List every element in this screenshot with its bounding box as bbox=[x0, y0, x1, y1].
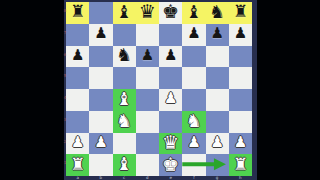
square-d2[interactable] bbox=[136, 133, 159, 155]
square-e4[interactable]: ♟ bbox=[159, 89, 182, 111]
file-label-d: d bbox=[142, 176, 152, 180]
black-rook[interactable]: ♜ bbox=[233, 3, 248, 20]
square-g7[interactable]: ♟ bbox=[206, 24, 229, 46]
square-h4[interactable] bbox=[229, 89, 252, 111]
white-knight[interactable]: ♞ bbox=[116, 112, 132, 130]
square-g2[interactable]: ♟ bbox=[206, 133, 229, 155]
square-c5[interactable] bbox=[113, 67, 136, 89]
square-b7[interactable]: ♟ bbox=[89, 24, 112, 46]
square-f4[interactable] bbox=[182, 89, 205, 111]
square-c4[interactable]: ♝ bbox=[113, 89, 136, 111]
black-rook[interactable]: ♜ bbox=[70, 3, 85, 20]
rank-label-7: 7 bbox=[61, 31, 69, 35]
square-d5[interactable] bbox=[136, 67, 159, 89]
black-bishop[interactable]: ♝ bbox=[116, 3, 132, 21]
white-pawn[interactable]: ♟ bbox=[94, 135, 107, 150]
rank-label-6: 6 bbox=[61, 53, 69, 57]
square-e1[interactable]: ♚ bbox=[159, 154, 182, 176]
file-label-f: f bbox=[189, 176, 199, 180]
square-a2[interactable]: ♟ bbox=[66, 133, 89, 155]
white-knight[interactable]: ♞ bbox=[186, 112, 202, 130]
rank-label-1: 1 bbox=[61, 161, 69, 165]
square-d7[interactable] bbox=[136, 24, 159, 46]
white-pawn[interactable]: ♟ bbox=[187, 135, 200, 150]
square-h5[interactable] bbox=[229, 67, 252, 89]
black-pawn[interactable]: ♟ bbox=[164, 48, 177, 63]
square-b1[interactable] bbox=[89, 154, 112, 176]
black-knight[interactable]: ♞ bbox=[209, 3, 225, 21]
square-h8[interactable]: ♜ bbox=[229, 2, 252, 24]
square-a8[interactable]: ♜ bbox=[66, 2, 89, 24]
file-label-b: b bbox=[96, 176, 106, 180]
square-b3[interactable] bbox=[89, 111, 112, 133]
square-d4[interactable] bbox=[136, 89, 159, 111]
square-a4[interactable] bbox=[66, 89, 89, 111]
square-e5[interactable] bbox=[159, 67, 182, 89]
white-pawn[interactable]: ♟ bbox=[210, 135, 223, 150]
rank-label-3: 3 bbox=[61, 118, 69, 122]
file-label-c: c bbox=[119, 176, 129, 180]
black-bishop[interactable]: ♝ bbox=[186, 3, 202, 21]
white-pawn[interactable]: ♟ bbox=[164, 91, 177, 106]
square-b5[interactable] bbox=[89, 67, 112, 89]
square-c1[interactable]: ♝ bbox=[113, 154, 136, 176]
square-h6[interactable] bbox=[229, 46, 252, 68]
black-pawn[interactable]: ♟ bbox=[141, 48, 154, 63]
square-b4[interactable] bbox=[89, 89, 112, 111]
square-f5[interactable] bbox=[182, 67, 205, 89]
square-h2[interactable]: ♟ bbox=[229, 133, 252, 155]
black-pawn[interactable]: ♟ bbox=[94, 26, 107, 41]
black-pawn[interactable]: ♟ bbox=[187, 26, 200, 41]
video-frame: ♜♝♛♚♝♞♜♟♟♟♟♟♞♟♟♝♟♞♞♟♟♛♟♟♟♜♝♚♜ 87654321ab… bbox=[0, 0, 320, 180]
square-f1[interactable] bbox=[182, 154, 205, 176]
square-e6[interactable]: ♟ bbox=[159, 46, 182, 68]
square-g5[interactable] bbox=[206, 67, 229, 89]
square-g8[interactable]: ♞ bbox=[206, 2, 229, 24]
black-pawn[interactable]: ♟ bbox=[234, 26, 247, 41]
white-pawn[interactable]: ♟ bbox=[71, 135, 84, 150]
square-b8[interactable] bbox=[89, 2, 112, 24]
square-d6[interactable]: ♟ bbox=[136, 46, 159, 68]
white-king[interactable]: ♚ bbox=[162, 155, 179, 174]
rank-label-8: 8 bbox=[61, 9, 69, 13]
square-a7[interactable] bbox=[66, 24, 89, 46]
square-f8[interactable]: ♝ bbox=[182, 2, 205, 24]
square-f2[interactable]: ♟ bbox=[182, 133, 205, 155]
square-h3[interactable] bbox=[229, 111, 252, 133]
square-b2[interactable]: ♟ bbox=[89, 133, 112, 155]
black-king[interactable]: ♚ bbox=[162, 2, 179, 21]
square-e3[interactable] bbox=[159, 111, 182, 133]
square-c2[interactable] bbox=[113, 133, 136, 155]
white-pawn[interactable]: ♟ bbox=[234, 135, 247, 150]
square-h7[interactable]: ♟ bbox=[229, 24, 252, 46]
board-grid: ♜♝♛♚♝♞♜♟♟♟♟♟♞♟♟♝♟♞♞♟♟♛♟♟♟♜♝♚♜ bbox=[66, 2, 252, 176]
file-label-h: h bbox=[235, 176, 245, 180]
white-rook[interactable]: ♜ bbox=[233, 156, 248, 173]
square-b6[interactable] bbox=[89, 46, 112, 68]
square-g1[interactable] bbox=[206, 154, 229, 176]
square-c7[interactable] bbox=[113, 24, 136, 46]
square-a3[interactable] bbox=[66, 111, 89, 133]
black-pawn[interactable]: ♟ bbox=[210, 26, 223, 41]
square-c6[interactable]: ♞ bbox=[113, 46, 136, 68]
file-label-e: e bbox=[166, 176, 176, 180]
black-knight[interactable]: ♞ bbox=[116, 46, 132, 64]
square-e8[interactable]: ♚ bbox=[159, 2, 182, 24]
white-queen[interactable]: ♛ bbox=[162, 133, 179, 152]
white-bishop[interactable]: ♝ bbox=[116, 90, 132, 108]
square-c3[interactable]: ♞ bbox=[113, 111, 136, 133]
square-d8[interactable]: ♛ bbox=[136, 2, 159, 24]
file-label-a: a bbox=[73, 176, 83, 180]
square-f3[interactable]: ♞ bbox=[182, 111, 205, 133]
rank-label-2: 2 bbox=[61, 140, 69, 144]
square-f6[interactable] bbox=[182, 46, 205, 68]
chess-board: ♜♝♛♚♝♞♜♟♟♟♟♟♞♟♟♝♟♞♞♟♟♛♟♟♟♜♝♚♜ 87654321ab… bbox=[64, 0, 257, 180]
black-pawn[interactable]: ♟ bbox=[71, 48, 84, 63]
square-d1[interactable] bbox=[136, 154, 159, 176]
square-h1[interactable]: ♜ bbox=[229, 154, 252, 176]
square-a5[interactable] bbox=[66, 67, 89, 89]
square-g6[interactable] bbox=[206, 46, 229, 68]
square-f7[interactable]: ♟ bbox=[182, 24, 205, 46]
square-g3[interactable] bbox=[206, 111, 229, 133]
rank-label-5: 5 bbox=[61, 74, 69, 78]
white-bishop[interactable]: ♝ bbox=[116, 155, 132, 173]
square-e7[interactable] bbox=[159, 24, 182, 46]
white-rook[interactable]: ♜ bbox=[70, 156, 85, 173]
square-d3[interactable] bbox=[136, 111, 159, 133]
square-e2[interactable]: ♛ bbox=[159, 133, 182, 155]
square-a1[interactable]: ♜ bbox=[66, 154, 89, 176]
black-queen[interactable]: ♛ bbox=[139, 2, 156, 21]
rank-label-4: 4 bbox=[61, 96, 69, 100]
file-label-g: g bbox=[212, 176, 222, 180]
square-g4[interactable] bbox=[206, 89, 229, 111]
square-a6[interactable]: ♟ bbox=[66, 46, 89, 68]
square-c8[interactable]: ♝ bbox=[113, 2, 136, 24]
